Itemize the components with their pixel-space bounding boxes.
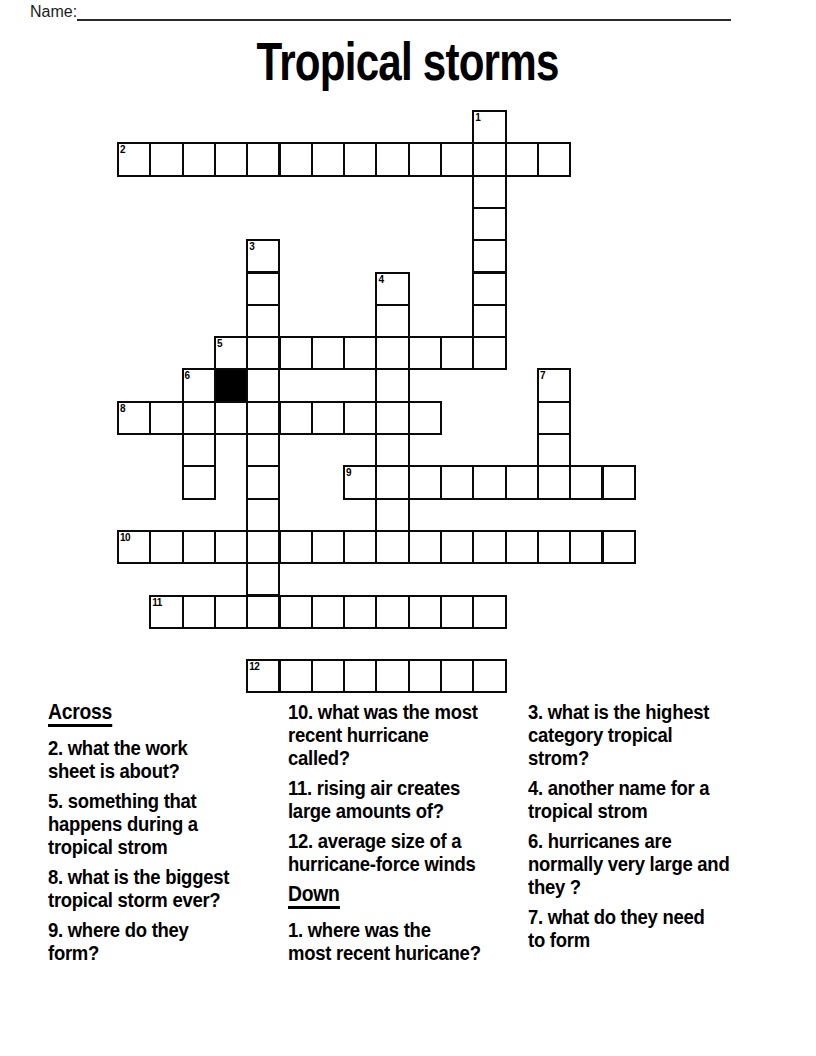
grid-cell[interactable]	[537, 530, 571, 564]
grid-cell[interactable]	[440, 595, 474, 629]
grid-cell[interactable]	[472, 465, 506, 499]
grid-cell[interactable]	[408, 336, 442, 370]
grid-cell[interactable]	[537, 401, 571, 435]
clue-text: rising air creates large amounts of?	[288, 776, 460, 822]
cell-number: 2	[120, 145, 125, 155]
grid-cell[interactable]	[375, 304, 409, 338]
grid-cell[interactable]	[375, 530, 409, 564]
grid-cell[interactable]	[440, 659, 474, 693]
clue-number: 12.	[288, 829, 313, 852]
grid-cell[interactable]	[311, 659, 345, 693]
grid-cell[interactable]	[537, 433, 571, 467]
grid-cell[interactable]	[375, 659, 409, 693]
grid-cell[interactable]	[408, 530, 442, 564]
grid-cell[interactable]	[408, 401, 442, 435]
cell-number: 11	[152, 598, 161, 608]
clue-item: 4. another name for a tropical strom	[528, 776, 767, 822]
clue-text: average size of a hurricane-force winds	[288, 829, 476, 875]
grid-cell[interactable]	[279, 142, 313, 176]
cell-number: 10	[120, 533, 130, 543]
grid-cell[interactable]	[149, 142, 183, 176]
grid-cell[interactable]	[214, 401, 248, 435]
grid-cell[interactable]	[182, 465, 216, 499]
grid-cell[interactable]	[472, 207, 506, 241]
cell-number: 3	[249, 242, 254, 252]
grid-cell[interactable]	[375, 465, 409, 499]
grid-cell[interactable]	[182, 530, 216, 564]
cell-number: 1	[475, 113, 480, 123]
clue-item: 12. average size of a hurricane-force wi…	[288, 829, 527, 875]
grid-cell[interactable]	[246, 498, 280, 532]
grid-cell[interactable]	[440, 336, 474, 370]
clue-number: 11.	[288, 776, 312, 799]
clue-number: 5.	[48, 789, 63, 812]
grid-cell[interactable]	[246, 304, 280, 338]
clue-text: what was the most recent hurricane calle…	[288, 700, 478, 769]
grid-cell[interactable]	[182, 401, 216, 435]
grid-cell[interactable]	[279, 401, 313, 435]
clue-item: 3. what is the highest category tropical…	[528, 700, 767, 769]
grid-cell[interactable]	[569, 530, 603, 564]
grid-cell[interactable]	[246, 272, 280, 306]
grid-cell[interactable]	[246, 142, 280, 176]
grid-cell[interactable]	[246, 336, 280, 370]
blocked-cell	[214, 368, 248, 402]
grid-cell[interactable]	[375, 595, 409, 629]
cell-number: 6	[185, 371, 190, 381]
grid-cell[interactable]	[408, 465, 442, 499]
clue-number: 2.	[48, 736, 63, 759]
clue-number: 9.	[48, 918, 63, 941]
cell-number: 12	[249, 662, 259, 672]
clue-text: something that happens during a tropical…	[48, 789, 198, 858]
grid-cell[interactable]	[246, 562, 280, 596]
grid-cell[interactable]	[375, 142, 409, 176]
grid-cell[interactable]	[246, 368, 280, 402]
clue-item: 5. something that happens during a tropi…	[48, 789, 287, 858]
grid-cell[interactable]	[246, 530, 280, 564]
grid-cell[interactable]	[472, 659, 506, 693]
clue-text: where was the most recent huricane?	[288, 918, 481, 964]
clue-text: what do they need to form	[528, 905, 704, 951]
clue-column-2: 10. what was the most recent hurricane c…	[288, 700, 528, 971]
grid-cell[interactable]	[375, 368, 409, 402]
grid-cell[interactable]	[182, 595, 216, 629]
grid-cell[interactable]	[505, 530, 539, 564]
grid-cell[interactable]	[569, 465, 603, 499]
grid-cell[interactable]	[505, 142, 539, 176]
clue-item: 1. where was the most recent huricane?	[288, 918, 527, 964]
grid-cell[interactable]	[214, 142, 248, 176]
grid-cell[interactable]	[408, 659, 442, 693]
clue-number: 8.	[48, 865, 63, 888]
grid-cell[interactable]	[343, 336, 377, 370]
clue-number: 6.	[528, 829, 543, 852]
grid-cell[interactable]	[375, 498, 409, 532]
cell-number: 8	[120, 404, 125, 414]
grid-cell[interactable]	[343, 401, 377, 435]
grid-cell[interactable]	[472, 272, 506, 306]
grid-cell[interactable]	[472, 142, 506, 176]
grid-cell[interactable]	[505, 465, 539, 499]
grid-cell[interactable]	[246, 595, 280, 629]
grid-cell[interactable]	[311, 142, 345, 176]
grid-cell[interactable]	[375, 336, 409, 370]
grid-cell[interactable]	[311, 595, 345, 629]
grid-cell[interactable]	[440, 142, 474, 176]
clue-item: 9. where do they form?	[48, 918, 287, 964]
clue-number: 1.	[288, 918, 303, 941]
grid-cell[interactable]	[279, 595, 313, 629]
grid-cell[interactable]	[149, 401, 183, 435]
grid-cell[interactable]	[311, 336, 345, 370]
grid-cell[interactable]	[343, 142, 377, 176]
cell-number: 7	[540, 371, 545, 381]
clue-text: what is the highest category tropical st…	[528, 700, 709, 769]
clue-text: what is the biggest tropical storm ever?	[48, 865, 229, 911]
grid-cell[interactable]	[149, 530, 183, 564]
grid-cell[interactable]	[246, 401, 280, 435]
grid-cell[interactable]	[343, 659, 377, 693]
clue-item: 2. what the work sheet is about?	[48, 736, 287, 782]
grid-cell[interactable]	[472, 175, 506, 209]
grid-cell[interactable]	[472, 304, 506, 338]
clue-text: another name for a tropical strom	[528, 776, 709, 822]
grid-cell[interactable]	[537, 142, 571, 176]
grid-cell[interactable]	[343, 595, 377, 629]
grid-cell[interactable]	[440, 530, 474, 564]
clue-item: 11. rising air creates large amounts of?	[288, 776, 527, 822]
grid-cell[interactable]	[408, 142, 442, 176]
grid-cell[interactable]	[182, 142, 216, 176]
clue-text: hurricanes are normally very large and t…	[528, 829, 729, 898]
grid-cell[interactable]	[537, 465, 571, 499]
grid-cell[interactable]	[472, 239, 506, 273]
clue-text: what the work sheet is about?	[48, 736, 188, 782]
clue-number: 3.	[528, 700, 543, 723]
grid-cell[interactable]	[472, 530, 506, 564]
grid-cell[interactable]	[311, 401, 345, 435]
clue-number: 4.	[528, 776, 543, 799]
grid-cell[interactable]	[311, 530, 345, 564]
grid-cell[interactable]	[602, 530, 636, 564]
clue-item: 8. what is the biggest tropical storm ev…	[48, 865, 287, 911]
cell-number: 5	[217, 339, 222, 349]
grid-cell[interactable]	[279, 659, 313, 693]
grid-cell[interactable]	[602, 465, 636, 499]
down-heading: Down	[288, 882, 527, 909]
grid-cell[interactable]	[375, 433, 409, 467]
grid-cell[interactable]	[214, 530, 248, 564]
grid-cell[interactable]	[246, 465, 280, 499]
grid-cell[interactable]	[214, 595, 248, 629]
grid-cell[interactable]	[182, 433, 216, 467]
clue-column-3: 3. what is the highest category tropical…	[528, 700, 768, 958]
grid-cell[interactable]	[375, 401, 409, 435]
clue-column-1: Across2. what the work sheet is about?5.…	[48, 700, 288, 971]
grid-cell[interactable]	[472, 595, 506, 629]
clue-number: 7.	[528, 905, 543, 928]
grid-cell[interactable]	[440, 465, 474, 499]
clue-number: 10.	[288, 700, 313, 723]
grid-cell[interactable]	[246, 433, 280, 467]
grid-cell[interactable]	[408, 595, 442, 629]
clue-text: where do they form?	[48, 918, 189, 964]
clue-item: 10. what was the most recent hurricane c…	[288, 700, 527, 769]
grid-cell[interactable]	[279, 530, 313, 564]
clue-item: 6. hurricanes are normally very large an…	[528, 829, 767, 898]
clue-item: 7. what do they need to form	[528, 905, 767, 951]
grid-cell[interactable]	[343, 530, 377, 564]
cell-number: 4	[378, 275, 383, 285]
grid-cell[interactable]	[279, 336, 313, 370]
cell-number: 9	[346, 468, 351, 478]
across-heading: Across	[48, 700, 287, 727]
grid-cell[interactable]	[472, 336, 506, 370]
